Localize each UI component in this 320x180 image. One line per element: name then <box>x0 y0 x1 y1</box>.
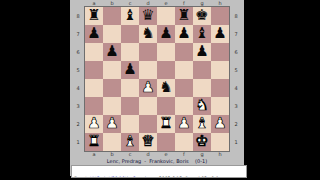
white-bishop-piece[interactable]: ♝ <box>193 115 211 133</box>
square-h7[interactable]: ♟ <box>211 25 229 43</box>
rank-label-1: 1 <box>73 133 83 151</box>
white-pawn-piece[interactable]: ♟ <box>211 115 229 133</box>
square-f3[interactable] <box>175 97 193 115</box>
square-f5[interactable] <box>175 61 193 79</box>
square-a3[interactable] <box>85 97 103 115</box>
left-letterbox <box>0 0 70 180</box>
square-f2[interactable]: ♟ <box>175 115 193 133</box>
square-a5[interactable] <box>85 61 103 79</box>
square-b6[interactable]: ♟ <box>103 43 121 61</box>
file-label-c: c <box>121 151 139 158</box>
square-f7[interactable]: ♟ <box>175 25 193 43</box>
right-letterbox <box>244 0 320 180</box>
file-label-g: g <box>193 151 211 158</box>
chess-gui-window: abcdefgh 87654321 ♜♝♛♜♚♟♞♟♟♝♟♟♟♟♟♞♞♟♟♜♟♝… <box>70 0 244 176</box>
rank-label-6: 6 <box>73 43 83 61</box>
square-g3[interactable]: ♞ <box>193 97 211 115</box>
square-g6[interactable]: ♟ <box>193 43 211 61</box>
black-bishop-piece[interactable]: ♝ <box>193 25 211 43</box>
file-label-e: e <box>157 0 175 7</box>
square-c7[interactable] <box>121 25 139 43</box>
rank-labels-right: 87654321 <box>231 7 241 151</box>
square-e4[interactable]: ♞ <box>157 79 175 97</box>
rank-label-4: 4 <box>73 79 83 97</box>
square-d6[interactable] <box>139 43 157 61</box>
black-king-piece[interactable]: ♚ <box>193 7 211 25</box>
black-bishop-piece[interactable]: ♝ <box>121 7 139 25</box>
square-c3[interactable] <box>121 97 139 115</box>
square-d4[interactable]: ♟ <box>139 79 157 97</box>
square-g4[interactable] <box>193 79 211 97</box>
square-e3[interactable] <box>157 97 175 115</box>
chess-board[interactable]: ♜♝♛♜♚♟♞♟♟♝♟♟♟♟♟♞♞♟♟♜♟♝♟♜♝♛♚ <box>85 7 229 151</box>
square-c8[interactable]: ♝ <box>121 7 139 25</box>
file-label-f: f <box>175 151 193 158</box>
square-f8[interactable]: ♜ <box>175 7 193 25</box>
rank-label-3: 3 <box>231 97 241 115</box>
rank-label-1: 1 <box>231 133 241 151</box>
rank-label-7: 7 <box>231 25 241 43</box>
square-g2[interactable]: ♝ <box>193 115 211 133</box>
white-knight-piece[interactable]: ♞ <box>193 97 211 115</box>
square-d1[interactable]: ♛ <box>139 133 157 151</box>
square-d5[interactable] <box>139 61 157 79</box>
video-frame: abcdefgh 87654321 ♜♝♛♜♚♟♞♟♟♝♟♟♟♟♟♞♞♟♟♜♟♝… <box>0 0 320 180</box>
square-a2[interactable]: ♟ <box>85 115 103 133</box>
black-pawn-piece[interactable]: ♟ <box>157 25 175 43</box>
square-d2[interactable] <box>139 115 157 133</box>
event-link[interactable]: YUG-ch U20 10th, Openbase <box>90 176 156 178</box>
white-pawn-piece[interactable]: ♟ <box>175 115 193 133</box>
rank-label-2: 2 <box>231 115 241 133</box>
file-labels-bottom: abcdefgh <box>85 151 229 158</box>
white-pawn-piece[interactable]: ♟ <box>103 115 121 133</box>
square-h8[interactable] <box>211 7 229 25</box>
white-queen-piece[interactable]: ♛ <box>139 133 157 151</box>
rank-labels-left: 87654321 <box>73 7 83 151</box>
white-rook-piece[interactable]: ♜ <box>157 115 175 133</box>
square-h4[interactable] <box>211 79 229 97</box>
square-b7[interactable] <box>103 25 121 43</box>
event-line: Event: YUG-ch U20 10th, Openbase: 2003.6… <box>74 176 244 178</box>
square-d8[interactable]: ♛ <box>139 7 157 25</box>
rank-label-6: 6 <box>231 43 241 61</box>
square-f6[interactable] <box>175 43 193 61</box>
black-rook-piece[interactable]: ♜ <box>85 7 103 25</box>
event-label: Event: <box>74 176 90 178</box>
file-label-e: e <box>157 151 175 158</box>
square-c2[interactable] <box>121 115 139 133</box>
rank-label-8: 8 <box>231 7 241 25</box>
square-a1[interactable]: ♜ <box>85 133 103 151</box>
square-c4[interactable] <box>121 79 139 97</box>
white-pawn-piece[interactable]: ♟ <box>139 79 157 97</box>
black-pawn-piece[interactable]: ♟ <box>121 61 139 79</box>
black-knight-piece[interactable]: ♞ <box>157 79 175 97</box>
square-g8[interactable]: ♚ <box>193 7 211 25</box>
square-e6[interactable] <box>157 43 175 61</box>
square-a7[interactable]: ♟ <box>85 25 103 43</box>
game-info-box: Event: YUG-ch U20 10th, Openbase: 2003.6… <box>71 165 247 178</box>
square-e1[interactable] <box>157 133 175 151</box>
square-b1[interactable] <box>103 133 121 151</box>
square-d7[interactable]: ♞ <box>139 25 157 43</box>
square-g1[interactable]: ♚ <box>193 133 211 151</box>
black-rook-piece[interactable]: ♜ <box>175 7 193 25</box>
file-label-b: b <box>103 151 121 158</box>
file-label-b: b <box>103 0 121 7</box>
players-line: Lenc, Predrag - Frankovic, Boris (0-1) <box>70 158 244 165</box>
file-label-d: d <box>139 151 157 158</box>
square-a8[interactable]: ♜ <box>85 7 103 25</box>
rank-label-7: 7 <box>73 25 83 43</box>
rank-label-3: 3 <box>73 97 83 115</box>
rank-label-2: 2 <box>73 115 83 133</box>
square-h1[interactable] <box>211 133 229 151</box>
square-c5[interactable]: ♟ <box>121 61 139 79</box>
black-pawn-piece[interactable]: ♟ <box>85 25 103 43</box>
file-label-h: h <box>211 0 229 7</box>
white-bishop-piece[interactable]: ♝ <box>121 133 139 151</box>
square-a6[interactable] <box>85 43 103 61</box>
black-pawn-piece[interactable]: ♟ <box>211 25 229 43</box>
square-a4[interactable] <box>85 79 103 97</box>
square-g7[interactable]: ♝ <box>193 25 211 43</box>
event-details: : 2003.6.12, Round 03 0-1 <box>156 176 219 178</box>
square-e2[interactable]: ♜ <box>157 115 175 133</box>
square-b2[interactable]: ♟ <box>103 115 121 133</box>
square-f1[interactable] <box>175 133 193 151</box>
square-h2[interactable]: ♟ <box>211 115 229 133</box>
square-b4[interactable] <box>103 79 121 97</box>
black-pawn-piece[interactable]: ♟ <box>103 43 121 61</box>
square-g5[interactable] <box>193 61 211 79</box>
white-pawn-piece[interactable]: ♟ <box>85 115 103 133</box>
square-h6[interactable] <box>211 43 229 61</box>
square-e5[interactable] <box>157 61 175 79</box>
rank-label-8: 8 <box>73 7 83 25</box>
square-b3[interactable] <box>103 97 121 115</box>
black-knight-piece[interactable]: ♞ <box>139 25 157 43</box>
rank-label-4: 4 <box>231 79 241 97</box>
square-d3[interactable] <box>139 97 157 115</box>
file-label-h: h <box>211 151 229 158</box>
rank-label-5: 5 <box>73 61 83 79</box>
square-h5[interactable] <box>211 61 229 79</box>
square-f4[interactable] <box>175 79 193 97</box>
file-label-a: a <box>85 151 103 158</box>
black-queen-piece[interactable]: ♛ <box>139 7 157 25</box>
white-rook-piece[interactable]: ♜ <box>85 133 103 151</box>
square-h3[interactable] <box>211 97 229 115</box>
black-pawn-piece[interactable]: ♟ <box>175 25 193 43</box>
white-king-piece[interactable]: ♚ <box>193 133 211 151</box>
square-b8[interactable] <box>103 7 121 25</box>
square-c6[interactable] <box>121 43 139 61</box>
rank-label-5: 5 <box>231 61 241 79</box>
square-b5[interactable] <box>103 61 121 79</box>
square-e8[interactable] <box>157 7 175 25</box>
square-c1[interactable]: ♝ <box>121 133 139 151</box>
square-e7[interactable]: ♟ <box>157 25 175 43</box>
black-pawn-piece[interactable]: ♟ <box>193 43 211 61</box>
